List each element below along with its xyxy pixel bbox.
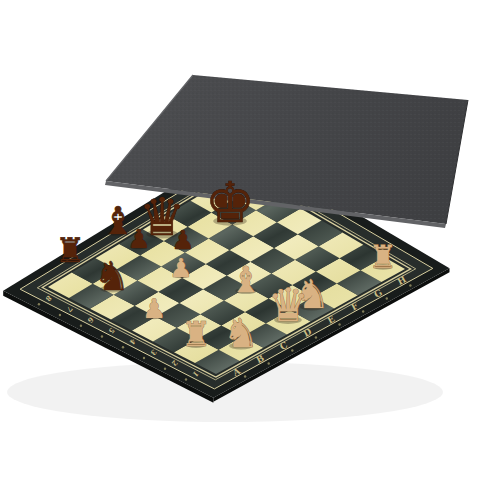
rim-ornament-dot bbox=[164, 367, 166, 369]
dark-knight-glyph: ♞ bbox=[94, 253, 130, 299]
rim-ornament-dot bbox=[338, 323, 340, 325]
rim-ornament-dot bbox=[38, 303, 40, 305]
piece-light-rook-1-h1: ♜ bbox=[369, 238, 398, 276]
piece-dark-knight-a6: ♞ bbox=[94, 253, 130, 299]
light-rook-glyph: ♜ bbox=[181, 314, 211, 354]
piece-light-queen-d1: ♛ bbox=[267, 278, 308, 332]
rim-ornament-dot bbox=[315, 336, 317, 338]
piece-light-bishop-d3: ♝ bbox=[230, 259, 262, 300]
rim-ornament-dot bbox=[244, 375, 246, 377]
rim-ornament-dot bbox=[143, 357, 145, 359]
piece-light-pawn-2-a4: ♟ bbox=[142, 293, 166, 324]
rim-ornament-dot bbox=[409, 284, 411, 286]
light-queen-glyph: ♛ bbox=[267, 278, 308, 332]
rim-ornament-dot bbox=[101, 335, 103, 337]
light-knight-glyph: ♞ bbox=[223, 310, 259, 356]
rim-ornament-dot bbox=[80, 325, 82, 327]
rim-ornament-dot bbox=[122, 346, 124, 348]
dark-king-glyph: ♚ bbox=[205, 170, 255, 235]
piece-light-rook-2-a2: ♜ bbox=[181, 314, 211, 354]
dark-pawn-glyph: ♟ bbox=[127, 224, 150, 254]
piece-light-pawn-1-c5: ♟ bbox=[169, 253, 192, 283]
rim-ornament-dot bbox=[59, 314, 61, 316]
light-pawn-glyph: ♟ bbox=[142, 293, 166, 324]
light-rook-glyph: ♜ bbox=[369, 238, 398, 276]
piece-dark-pawn-2-d6: ♟ bbox=[171, 225, 194, 255]
rim-ornament-dot bbox=[268, 362, 270, 364]
dark-pawn-glyph: ♟ bbox=[171, 225, 194, 255]
piece-dark-rook-a8: ♜ bbox=[55, 230, 85, 270]
rim-ornament-dot bbox=[362, 310, 364, 312]
light-bishop-glyph: ♝ bbox=[230, 259, 262, 300]
dark-rook-glyph: ♜ bbox=[55, 230, 85, 270]
piece-dark-king-f6: ♚ bbox=[205, 170, 255, 235]
light-pawn-glyph: ♟ bbox=[169, 253, 192, 283]
chess-set-product-photo: ABCDEFGH12345678♚♝♛♟♟♜♜♟♞♝♞♟♛♜♞ bbox=[0, 0, 500, 500]
rim-ornament-dot bbox=[185, 378, 187, 380]
piece-light-knight-2-b1: ♞ bbox=[223, 310, 259, 356]
rim-ornament-dot bbox=[291, 349, 293, 351]
chess-set-scene: ABCDEFGH12345678♚♝♛♟♟♜♜♟♞♝♞♟♛♜♞ bbox=[0, 0, 500, 500]
rim-ornament-dot bbox=[386, 297, 388, 299]
piece-dark-pawn-1-c7: ♟ bbox=[127, 224, 150, 254]
